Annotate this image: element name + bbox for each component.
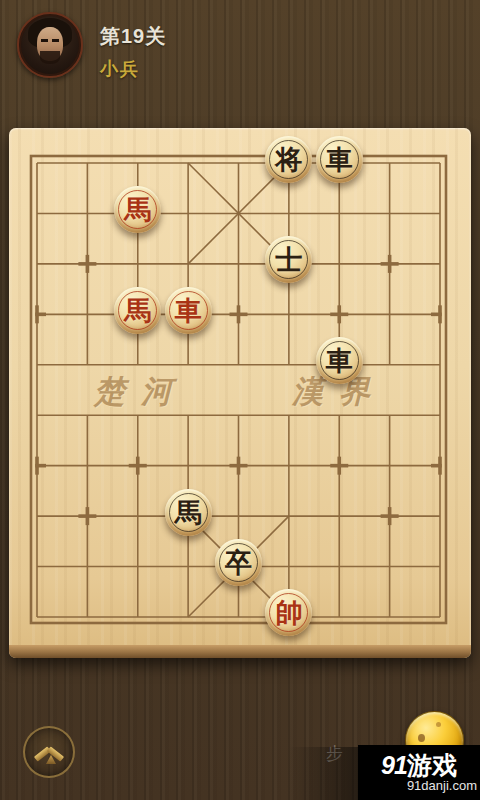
level-info: 第19关 小兵 bbox=[100, 12, 166, 81]
pieces-layer: 将車馬士馬車車馬卒帥 bbox=[9, 128, 471, 658]
piece-red-車[interactable]: 車 bbox=[165, 287, 212, 334]
watermark-logo: 91游戏 bbox=[381, 753, 457, 778]
piece-black-車[interactable]: 車 bbox=[316, 337, 363, 384]
chevron-up-icon bbox=[25, 728, 73, 776]
avatar-beard bbox=[40, 51, 60, 64]
piece-black-士[interactable]: 士 bbox=[265, 236, 312, 283]
xiangqi-board: 楚河 漢界 将車馬士馬車車馬卒帥 bbox=[9, 128, 471, 658]
rank-label: 小兵 bbox=[100, 57, 166, 81]
piece-glyph: 車 bbox=[326, 146, 353, 173]
piece-glyph: 馬 bbox=[124, 196, 151, 223]
piece-red-馬[interactable]: 馬 bbox=[114, 186, 161, 233]
piece-red-帥[interactable]: 帥 bbox=[265, 589, 312, 636]
piece-red-馬[interactable]: 馬 bbox=[114, 287, 161, 334]
top-bar: 第19关 小兵 bbox=[17, 12, 166, 81]
watermark-logo-number: 91 bbox=[381, 751, 407, 779]
piece-glyph: 帥 bbox=[275, 599, 302, 626]
player-avatar[interactable] bbox=[17, 12, 83, 78]
piece-black-卒[interactable]: 卒 bbox=[215, 539, 262, 586]
piece-glyph: 馬 bbox=[124, 297, 151, 324]
piece-glyph: 馬 bbox=[175, 499, 202, 526]
watermark-url: 91danji.com bbox=[407, 779, 477, 792]
piece-black-将[interactable]: 将 bbox=[265, 136, 312, 183]
collapse-button[interactable] bbox=[23, 726, 75, 778]
level-label: 第19关 bbox=[100, 23, 166, 50]
piece-glyph: 卒 bbox=[225, 549, 252, 576]
piece-glyph: 将 bbox=[275, 146, 302, 173]
piece-glyph: 士 bbox=[275, 246, 302, 273]
watermark-logo-text: 游戏 bbox=[407, 751, 457, 779]
piece-black-車[interactable]: 車 bbox=[316, 136, 363, 183]
piece-black-馬[interactable]: 馬 bbox=[165, 489, 212, 536]
piece-glyph: 車 bbox=[175, 297, 202, 324]
game-screen: 第19关 小兵 楚河 漢界 将車馬士馬車車馬卒帥 步 91游戏 91danji.… bbox=[0, 0, 480, 800]
piece-glyph: 車 bbox=[326, 347, 353, 374]
watermark: 91游戏 91danji.com bbox=[358, 745, 480, 800]
